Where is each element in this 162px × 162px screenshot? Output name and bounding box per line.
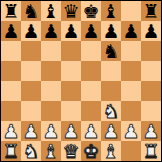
square-c8[interactable]: ♝	[41, 1, 61, 21]
piece-black-pawn[interactable]: ♟	[2, 21, 19, 41]
piece-white-king[interactable]: ♚	[82, 141, 99, 161]
piece-white-bishop[interactable]: ♝	[102, 141, 119, 161]
square-f3[interactable]: ♞	[101, 101, 121, 121]
piece-black-rook[interactable]: ♜	[142, 1, 159, 21]
square-g3[interactable]	[121, 101, 141, 121]
square-b5[interactable]	[21, 61, 41, 81]
piece-white-pawn[interactable]: ♟	[102, 121, 119, 141]
square-c2[interactable]: ♟	[41, 121, 61, 141]
square-a7[interactable]: ♟	[1, 21, 21, 41]
square-d5[interactable]	[61, 61, 81, 81]
square-b4[interactable]	[21, 81, 41, 101]
square-f8[interactable]: ♝	[101, 1, 121, 21]
square-a8[interactable]: ♜	[1, 1, 21, 21]
piece-black-rook[interactable]: ♜	[2, 1, 19, 21]
piece-white-knight[interactable]: ♞	[22, 141, 39, 161]
square-b8[interactable]: ♞	[21, 1, 41, 21]
square-e8[interactable]: ♚	[81, 1, 101, 21]
square-b6[interactable]	[21, 41, 41, 61]
square-g8[interactable]	[121, 1, 141, 21]
square-e4[interactable]	[81, 81, 101, 101]
piece-white-pawn[interactable]: ♟	[82, 121, 99, 141]
square-a3[interactable]	[1, 101, 21, 121]
piece-black-pawn[interactable]: ♟	[62, 21, 79, 41]
square-g7[interactable]: ♟	[121, 21, 141, 41]
piece-white-pawn[interactable]: ♟	[22, 121, 39, 141]
piece-white-queen[interactable]: ♛	[62, 141, 79, 161]
square-e5[interactable]	[81, 61, 101, 81]
square-d3[interactable]	[61, 101, 81, 121]
piece-black-king[interactable]: ♚	[82, 1, 99, 21]
piece-black-pawn[interactable]: ♟	[82, 21, 99, 41]
piece-black-pawn[interactable]: ♟	[22, 21, 39, 41]
square-h4[interactable]	[141, 81, 161, 101]
piece-black-knight[interactable]: ♞	[102, 41, 119, 61]
square-h2[interactable]: ♟	[141, 121, 161, 141]
square-f2[interactable]: ♟	[101, 121, 121, 141]
square-h1[interactable]: ♜	[141, 141, 161, 161]
square-a5[interactable]	[1, 61, 21, 81]
square-f1[interactable]: ♝	[101, 141, 121, 161]
square-h3[interactable]	[141, 101, 161, 121]
square-g4[interactable]	[121, 81, 141, 101]
piece-black-pawn[interactable]: ♟	[102, 21, 119, 41]
square-f6[interactable]: ♞	[101, 41, 121, 61]
square-c1[interactable]: ♝	[41, 141, 61, 161]
square-e1[interactable]: ♚	[81, 141, 101, 161]
square-d6[interactable]	[61, 41, 81, 61]
piece-white-bishop[interactable]: ♝	[42, 141, 59, 161]
square-h7[interactable]: ♟	[141, 21, 161, 41]
chess-board-frame: ♜♞♝♛♚♝♜♟♟♟♟♟♟♟♟♞♞♟♟♟♟♟♟♟♟♜♞♝♛♚♝♜	[0, 0, 162, 162]
piece-white-pawn[interactable]: ♟	[142, 121, 159, 141]
square-d1[interactable]: ♛	[61, 141, 81, 161]
square-f5[interactable]	[101, 61, 121, 81]
square-b7[interactable]: ♟	[21, 21, 41, 41]
square-c7[interactable]: ♟	[41, 21, 61, 41]
chess-board: ♜♞♝♛♚♝♜♟♟♟♟♟♟♟♟♞♞♟♟♟♟♟♟♟♟♜♞♝♛♚♝♜	[1, 1, 161, 161]
square-f4[interactable]	[101, 81, 121, 101]
square-c4[interactable]	[41, 81, 61, 101]
square-c3[interactable]	[41, 101, 61, 121]
square-a1[interactable]: ♜	[1, 141, 21, 161]
square-b1[interactable]: ♞	[21, 141, 41, 161]
square-a2[interactable]: ♟	[1, 121, 21, 141]
square-d7[interactable]: ♟	[61, 21, 81, 41]
square-e3[interactable]	[81, 101, 101, 121]
square-g1[interactable]	[121, 141, 141, 161]
square-b2[interactable]: ♟	[21, 121, 41, 141]
piece-white-rook[interactable]: ♜	[2, 141, 19, 161]
square-g6[interactable]	[121, 41, 141, 61]
square-g2[interactable]: ♟	[121, 121, 141, 141]
square-g5[interactable]	[121, 61, 141, 81]
piece-black-queen[interactable]: ♛	[62, 1, 79, 21]
piece-white-rook[interactable]: ♜	[142, 141, 159, 161]
piece-black-knight[interactable]: ♞	[22, 1, 39, 21]
piece-white-pawn[interactable]: ♟	[122, 121, 139, 141]
square-c5[interactable]	[41, 61, 61, 81]
piece-black-bishop[interactable]: ♝	[42, 1, 59, 21]
square-h8[interactable]: ♜	[141, 1, 161, 21]
piece-black-pawn[interactable]: ♟	[122, 21, 139, 41]
piece-black-bishop[interactable]: ♝	[102, 1, 119, 21]
square-e2[interactable]: ♟	[81, 121, 101, 141]
square-b3[interactable]	[21, 101, 41, 121]
square-d2[interactable]: ♟	[61, 121, 81, 141]
square-e7[interactable]: ♟	[81, 21, 101, 41]
square-a4[interactable]	[1, 81, 21, 101]
piece-white-pawn[interactable]: ♟	[62, 121, 79, 141]
piece-white-pawn[interactable]: ♟	[2, 121, 19, 141]
square-c6[interactable]	[41, 41, 61, 61]
square-h6[interactable]	[141, 41, 161, 61]
square-e6[interactable]	[81, 41, 101, 61]
piece-black-pawn[interactable]: ♟	[42, 21, 59, 41]
square-h5[interactable]	[141, 61, 161, 81]
piece-white-pawn[interactable]: ♟	[42, 121, 59, 141]
square-a6[interactable]	[1, 41, 21, 61]
square-d8[interactable]: ♛	[61, 1, 81, 21]
square-f7[interactable]: ♟	[101, 21, 121, 41]
piece-black-pawn[interactable]: ♟	[142, 21, 159, 41]
piece-white-knight[interactable]: ♞	[102, 101, 119, 121]
square-d4[interactable]	[61, 81, 81, 101]
